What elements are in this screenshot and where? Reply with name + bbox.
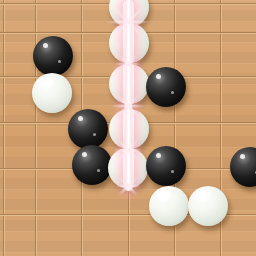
grid-horizontal-line (0, 76, 256, 78)
sparkle-flare-icon (113, 135, 143, 165)
grid-vertical-line (35, 0, 37, 256)
grid-vertical-line (81, 0, 83, 256)
white-stone (108, 148, 148, 188)
white-stone (109, 64, 149, 104)
white-stone (109, 0, 149, 27)
grid-horizontal-line (0, 122, 256, 124)
grid-horizontal-line (0, 214, 256, 216)
black-stone (33, 36, 73, 76)
sparkle-flare-icon (115, 173, 141, 199)
white-stone (149, 186, 189, 226)
white-stone (109, 109, 149, 149)
grid-horizontal-line (0, 168, 256, 170)
grid-vertical-line (3, 0, 5, 256)
black-stone (146, 146, 186, 186)
sparkle-flare-icon (115, 51, 141, 77)
sparkle-flare-icon (106, 0, 150, 44)
black-stone (146, 67, 186, 107)
white-stone (188, 186, 228, 226)
black-stone (68, 109, 108, 149)
grid-vertical-line (128, 0, 130, 256)
black-stone (230, 147, 256, 187)
grid-vertical-line (220, 0, 222, 256)
grid-vertical-line (174, 0, 176, 256)
white-stone (109, 23, 149, 63)
winning-line-glow (123, 0, 134, 191)
grid-horizontal-line (0, 3, 256, 5)
black-stone (72, 145, 112, 185)
sparkle-flare-icon (111, 89, 145, 123)
white-stone (32, 73, 72, 113)
gomoku-board[interactable] (0, 0, 256, 256)
grid-horizontal-line (0, 32, 256, 34)
